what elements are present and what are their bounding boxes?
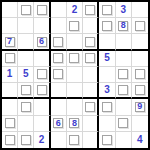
- cell-r9c9[interactable]: 4: [132, 132, 148, 148]
- given-digit: 8: [121, 21, 126, 30]
- cell-r5c2[interactable]: 5: [18, 67, 34, 83]
- cell-r9c1[interactable]: [2, 132, 18, 148]
- cell-r4c4[interactable]: [51, 51, 67, 67]
- cell-r4c3[interactable]: [34, 51, 50, 67]
- cell-r1c7[interactable]: [99, 2, 115, 18]
- cell-r1c8[interactable]: 3: [116, 2, 132, 18]
- cell-marker-square: [37, 85, 47, 95]
- cell-marker-square: [102, 102, 112, 112]
- cell-r9c5[interactable]: [67, 132, 83, 148]
- cell-r6c2[interactable]: [18, 83, 34, 99]
- cell-r5c7[interactable]: [99, 67, 115, 83]
- cell-r2c2[interactable]: [18, 18, 34, 34]
- given-digit: 6: [56, 119, 61, 128]
- cell-marker-square: [118, 118, 128, 128]
- given-digit: 7: [7, 37, 12, 46]
- given-digit: 4: [137, 135, 143, 145]
- cell-r2c7[interactable]: [99, 18, 115, 34]
- given-digit: 6: [39, 37, 44, 46]
- cell-r3c4[interactable]: [51, 34, 67, 50]
- cell-r3c8[interactable]: [116, 34, 132, 50]
- cell-r3c5[interactable]: [67, 34, 83, 50]
- cell-marker-square: [102, 5, 112, 15]
- cell-r1c3[interactable]: [34, 2, 50, 18]
- cell-marker-square: [85, 5, 95, 15]
- cell-r6c9[interactable]: [132, 83, 148, 99]
- cell-marker-square: [102, 21, 112, 31]
- cell-r9c2[interactable]: [18, 132, 34, 148]
- cell-r9c7[interactable]: [99, 132, 115, 148]
- cell-r5c6[interactable]: [83, 67, 99, 83]
- cell-r8c9[interactable]: [132, 116, 148, 132]
- cell-marker-square: [21, 5, 31, 15]
- given-digit: 8: [72, 119, 77, 128]
- cell-r3c1[interactable]: 7: [2, 34, 18, 50]
- cell-r3c3[interactable]: 6: [34, 34, 50, 50]
- cell-r3c6[interactable]: [83, 34, 99, 50]
- cell-r3c7[interactable]: [99, 34, 115, 50]
- given-digit: 1: [7, 69, 13, 79]
- cell-marker-square: 8: [118, 21, 128, 31]
- given-digit: 2: [39, 135, 45, 145]
- cell-marker-square: 6: [53, 118, 63, 128]
- cell-r5c8[interactable]: [116, 67, 132, 83]
- cell-r6c6[interactable]: [83, 83, 99, 99]
- cell-marker-square: [69, 21, 79, 31]
- sudoku-board: 23876515396824: [0, 0, 150, 150]
- cell-marker-square: [53, 53, 63, 63]
- given-digit: 3: [120, 5, 126, 15]
- given-digit: 5: [23, 69, 29, 79]
- cell-marker-square: [85, 53, 95, 63]
- cell-marker-square: [21, 85, 31, 95]
- cell-r8c4[interactable]: 6: [51, 116, 67, 132]
- cell-marker-square: [135, 69, 145, 79]
- cell-r1c9[interactable]: [132, 2, 148, 18]
- cell-marker-square: [53, 69, 63, 79]
- cell-marker-square: 7: [5, 37, 15, 47]
- cell-r8c1[interactable]: [2, 116, 18, 132]
- cell-r2c4[interactable]: [51, 18, 67, 34]
- cell-marker-square: [135, 85, 145, 95]
- cell-r4c2[interactable]: [18, 51, 34, 67]
- cell-r9c4[interactable]: [51, 132, 67, 148]
- cell-r6c5[interactable]: [67, 83, 83, 99]
- cell-marker-square: [5, 135, 15, 145]
- cell-r7c9[interactable]: 9: [132, 99, 148, 115]
- cell-r4c9[interactable]: [132, 51, 148, 67]
- cell-r7c8[interactable]: [116, 99, 132, 115]
- cell-r8c8[interactable]: [116, 116, 132, 132]
- cell-r9c3[interactable]: 2: [34, 132, 50, 148]
- cell-marker-square: [5, 53, 15, 63]
- given-digit: 9: [137, 102, 142, 111]
- cell-r1c6[interactable]: [83, 2, 99, 18]
- cell-r4c6[interactable]: [83, 51, 99, 67]
- cell-r7c5[interactable]: [67, 99, 83, 115]
- cell-r7c6[interactable]: [83, 99, 99, 115]
- cell-r3c2[interactable]: [18, 34, 34, 50]
- cell-marker-square: [85, 37, 95, 47]
- cell-r2c8[interactable]: 8: [116, 18, 132, 34]
- cell-marker-square: [102, 135, 112, 145]
- cell-marker-square: [37, 69, 47, 79]
- cell-r6c7[interactable]: 3: [99, 83, 115, 99]
- cell-r6c1[interactable]: [2, 83, 18, 99]
- cell-r1c1[interactable]: [2, 2, 18, 18]
- cell-r5c9[interactable]: [132, 67, 148, 83]
- cell-marker-square: 8: [69, 118, 79, 128]
- cell-marker-square: [21, 102, 31, 112]
- cell-r9c6[interactable]: [83, 132, 99, 148]
- cell-r8c6[interactable]: [83, 116, 99, 132]
- cell-r8c5[interactable]: 8: [67, 116, 83, 132]
- cell-marker-square: 6: [37, 37, 47, 47]
- cell-r1c2[interactable]: [18, 2, 34, 18]
- cell-marker-square: [21, 135, 31, 145]
- cell-marker-square: [69, 135, 79, 145]
- cell-marker-square: [135, 21, 145, 31]
- cell-r4c5[interactable]: [67, 51, 83, 67]
- cell-r9c8[interactable]: [116, 132, 132, 148]
- given-digit: 2: [72, 5, 78, 15]
- cell-marker-square: [69, 53, 79, 63]
- cell-r5c5[interactable]: [67, 67, 83, 83]
- cell-r5c3[interactable]: [34, 67, 50, 83]
- cell-r2c5[interactable]: [67, 18, 83, 34]
- cell-r3c9[interactable]: [132, 34, 148, 50]
- cell-r6c3[interactable]: [34, 83, 50, 99]
- cell-r5c1[interactable]: 1: [2, 67, 18, 83]
- cell-r7c2[interactable]: [18, 99, 34, 115]
- cell-marker-square: [37, 5, 47, 15]
- cell-r2c9[interactable]: [132, 18, 148, 34]
- cell-r4c7[interactable]: 5: [99, 51, 115, 67]
- cell-r8c2[interactable]: [18, 116, 34, 132]
- cell-r7c7[interactable]: [99, 99, 115, 115]
- given-digit: 3: [104, 85, 110, 95]
- cell-r7c4[interactable]: [51, 99, 67, 115]
- cell-marker-square: 9: [135, 102, 145, 112]
- given-digit: 5: [104, 53, 110, 63]
- cell-marker-square: [85, 102, 95, 112]
- cell-marker-square: [118, 85, 128, 95]
- cell-r2c3[interactable]: [34, 18, 50, 34]
- cell-marker-square: [5, 118, 15, 128]
- cell-r5c4[interactable]: [51, 67, 67, 83]
- cell-r7c1[interactable]: [2, 99, 18, 115]
- cell-r7c3[interactable]: [34, 99, 50, 115]
- cell-marker-square: [53, 37, 63, 47]
- cell-r4c8[interactable]: [116, 51, 132, 67]
- cell-r8c7[interactable]: [99, 116, 115, 132]
- cell-r6c4[interactable]: [51, 83, 67, 99]
- cell-r2c6[interactable]: [83, 18, 99, 34]
- cell-r8c3[interactable]: [34, 116, 50, 132]
- cell-r6c8[interactable]: [116, 83, 132, 99]
- cell-r1c4[interactable]: [51, 2, 67, 18]
- cell-r2c1[interactable]: [2, 18, 18, 34]
- cell-r4c1[interactable]: [2, 51, 18, 67]
- cell-r1c5[interactable]: 2: [67, 2, 83, 18]
- cell-marker-square: [118, 69, 128, 79]
